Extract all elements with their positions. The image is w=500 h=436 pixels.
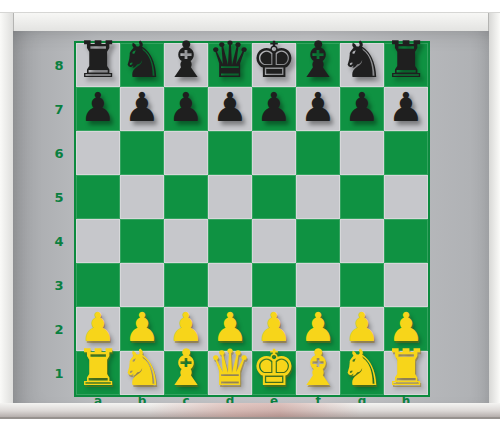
square-h4[interactable] xyxy=(384,219,428,263)
square-d4[interactable] xyxy=(208,219,252,263)
rank-label-8: 8 xyxy=(48,43,70,87)
square-d5[interactable] xyxy=(208,175,252,219)
piece-black-bishop[interactable]: ♝ xyxy=(164,35,209,85)
piece-black-pawn[interactable]: ♟ xyxy=(168,87,204,127)
piece-yellow-knight[interactable]: ♞ xyxy=(120,343,165,393)
square-e7[interactable]: ♟ xyxy=(252,87,296,131)
square-d3[interactable] xyxy=(208,263,252,307)
rank-labels: 87654321 xyxy=(48,43,70,395)
chess-board[interactable]: ♜♞♝♛♚♝♞♜♟♟♟♟♟♟♟♟♟♟♟♟♟♟♟♟♜♞♝♛♚♝♞♜ xyxy=(76,43,428,395)
square-h6[interactable] xyxy=(384,131,428,175)
square-b3[interactable] xyxy=(120,263,164,307)
square-f8[interactable]: ♝ xyxy=(296,43,340,87)
square-b1[interactable]: ♞ xyxy=(120,351,164,395)
piece-black-pawn[interactable]: ♟ xyxy=(212,87,248,127)
piece-black-pawn[interactable]: ♟ xyxy=(388,87,424,127)
square-g6[interactable] xyxy=(340,131,384,175)
rank-label-2: 2 xyxy=(48,307,70,351)
piece-yellow-rook[interactable]: ♜ xyxy=(76,343,121,393)
square-b8[interactable]: ♞ xyxy=(120,43,164,87)
square-f7[interactable]: ♟ xyxy=(296,87,340,131)
square-f3[interactable] xyxy=(296,263,340,307)
square-g1[interactable]: ♞ xyxy=(340,351,384,395)
piece-yellow-knight[interactable]: ♞ xyxy=(340,343,385,393)
square-a8[interactable]: ♜ xyxy=(76,43,120,87)
piece-black-rook[interactable]: ♜ xyxy=(384,35,429,85)
square-g5[interactable] xyxy=(340,175,384,219)
piece-yellow-rook[interactable]: ♜ xyxy=(384,343,429,393)
square-d1[interactable]: ♛ xyxy=(208,351,252,395)
piece-black-knight[interactable]: ♞ xyxy=(340,35,385,85)
piece-black-pawn[interactable]: ♟ xyxy=(344,87,380,127)
piece-black-knight[interactable]: ♞ xyxy=(120,35,165,85)
frame-right-rail xyxy=(488,13,500,419)
square-b6[interactable] xyxy=(120,131,164,175)
square-a4[interactable] xyxy=(76,219,120,263)
square-c8[interactable]: ♝ xyxy=(164,43,208,87)
square-h3[interactable] xyxy=(384,263,428,307)
square-g4[interactable] xyxy=(340,219,384,263)
square-e8[interactable]: ♚ xyxy=(252,43,296,87)
piece-black-pawn[interactable]: ♟ xyxy=(124,87,160,127)
square-d8[interactable]: ♛ xyxy=(208,43,252,87)
frame-bottom-rail xyxy=(0,403,500,419)
square-f4[interactable] xyxy=(296,219,340,263)
square-e6[interactable] xyxy=(252,131,296,175)
square-d7[interactable]: ♟ xyxy=(208,87,252,131)
piece-black-queen[interactable]: ♛ xyxy=(208,35,253,85)
square-b7[interactable]: ♟ xyxy=(120,87,164,131)
rank-label-4: 4 xyxy=(48,219,70,263)
square-b4[interactable] xyxy=(120,219,164,263)
square-h7[interactable]: ♟ xyxy=(384,87,428,131)
square-c5[interactable] xyxy=(164,175,208,219)
square-f1[interactable]: ♝ xyxy=(296,351,340,395)
piece-yellow-bishop[interactable]: ♝ xyxy=(164,343,209,393)
piece-black-pawn[interactable]: ♟ xyxy=(300,87,336,127)
square-c6[interactable] xyxy=(164,131,208,175)
square-a6[interactable] xyxy=(76,131,120,175)
square-h8[interactable]: ♜ xyxy=(384,43,428,87)
square-e1[interactable]: ♚ xyxy=(252,351,296,395)
square-a5[interactable] xyxy=(76,175,120,219)
square-d6[interactable] xyxy=(208,131,252,175)
square-a7[interactable]: ♟ xyxy=(76,87,120,131)
square-g3[interactable] xyxy=(340,263,384,307)
square-f5[interactable] xyxy=(296,175,340,219)
piece-black-bishop[interactable]: ♝ xyxy=(296,35,341,85)
piece-yellow-bishop[interactable]: ♝ xyxy=(296,343,341,393)
square-h1[interactable]: ♜ xyxy=(384,351,428,395)
square-c7[interactable]: ♟ xyxy=(164,87,208,131)
square-e5[interactable] xyxy=(252,175,296,219)
rank-label-3: 3 xyxy=(48,263,70,307)
square-b5[interactable] xyxy=(120,175,164,219)
rank-label-1: 1 xyxy=(48,351,70,395)
square-e3[interactable] xyxy=(252,263,296,307)
frame-top-rail xyxy=(0,12,500,33)
piece-black-king[interactable]: ♚ xyxy=(252,35,297,85)
square-c3[interactable] xyxy=(164,263,208,307)
square-f6[interactable] xyxy=(296,131,340,175)
square-g8[interactable]: ♞ xyxy=(340,43,384,87)
square-e4[interactable] xyxy=(252,219,296,263)
frame-left-rail xyxy=(0,13,14,419)
piece-yellow-king[interactable]: ♚ xyxy=(252,343,297,393)
rank-label-6: 6 xyxy=(48,131,70,175)
square-c4[interactable] xyxy=(164,219,208,263)
piece-black-pawn[interactable]: ♟ xyxy=(80,87,116,127)
piece-black-pawn[interactable]: ♟ xyxy=(256,87,292,127)
square-g7[interactable]: ♟ xyxy=(340,87,384,131)
square-a1[interactable]: ♜ xyxy=(76,351,120,395)
square-c1[interactable]: ♝ xyxy=(164,351,208,395)
piece-yellow-queen[interactable]: ♛ xyxy=(208,343,253,393)
piece-black-rook[interactable]: ♜ xyxy=(76,35,121,85)
rank-label-7: 7 xyxy=(48,87,70,131)
square-a3[interactable] xyxy=(76,263,120,307)
rank-label-5: 5 xyxy=(48,175,70,219)
square-h5[interactable] xyxy=(384,175,428,219)
